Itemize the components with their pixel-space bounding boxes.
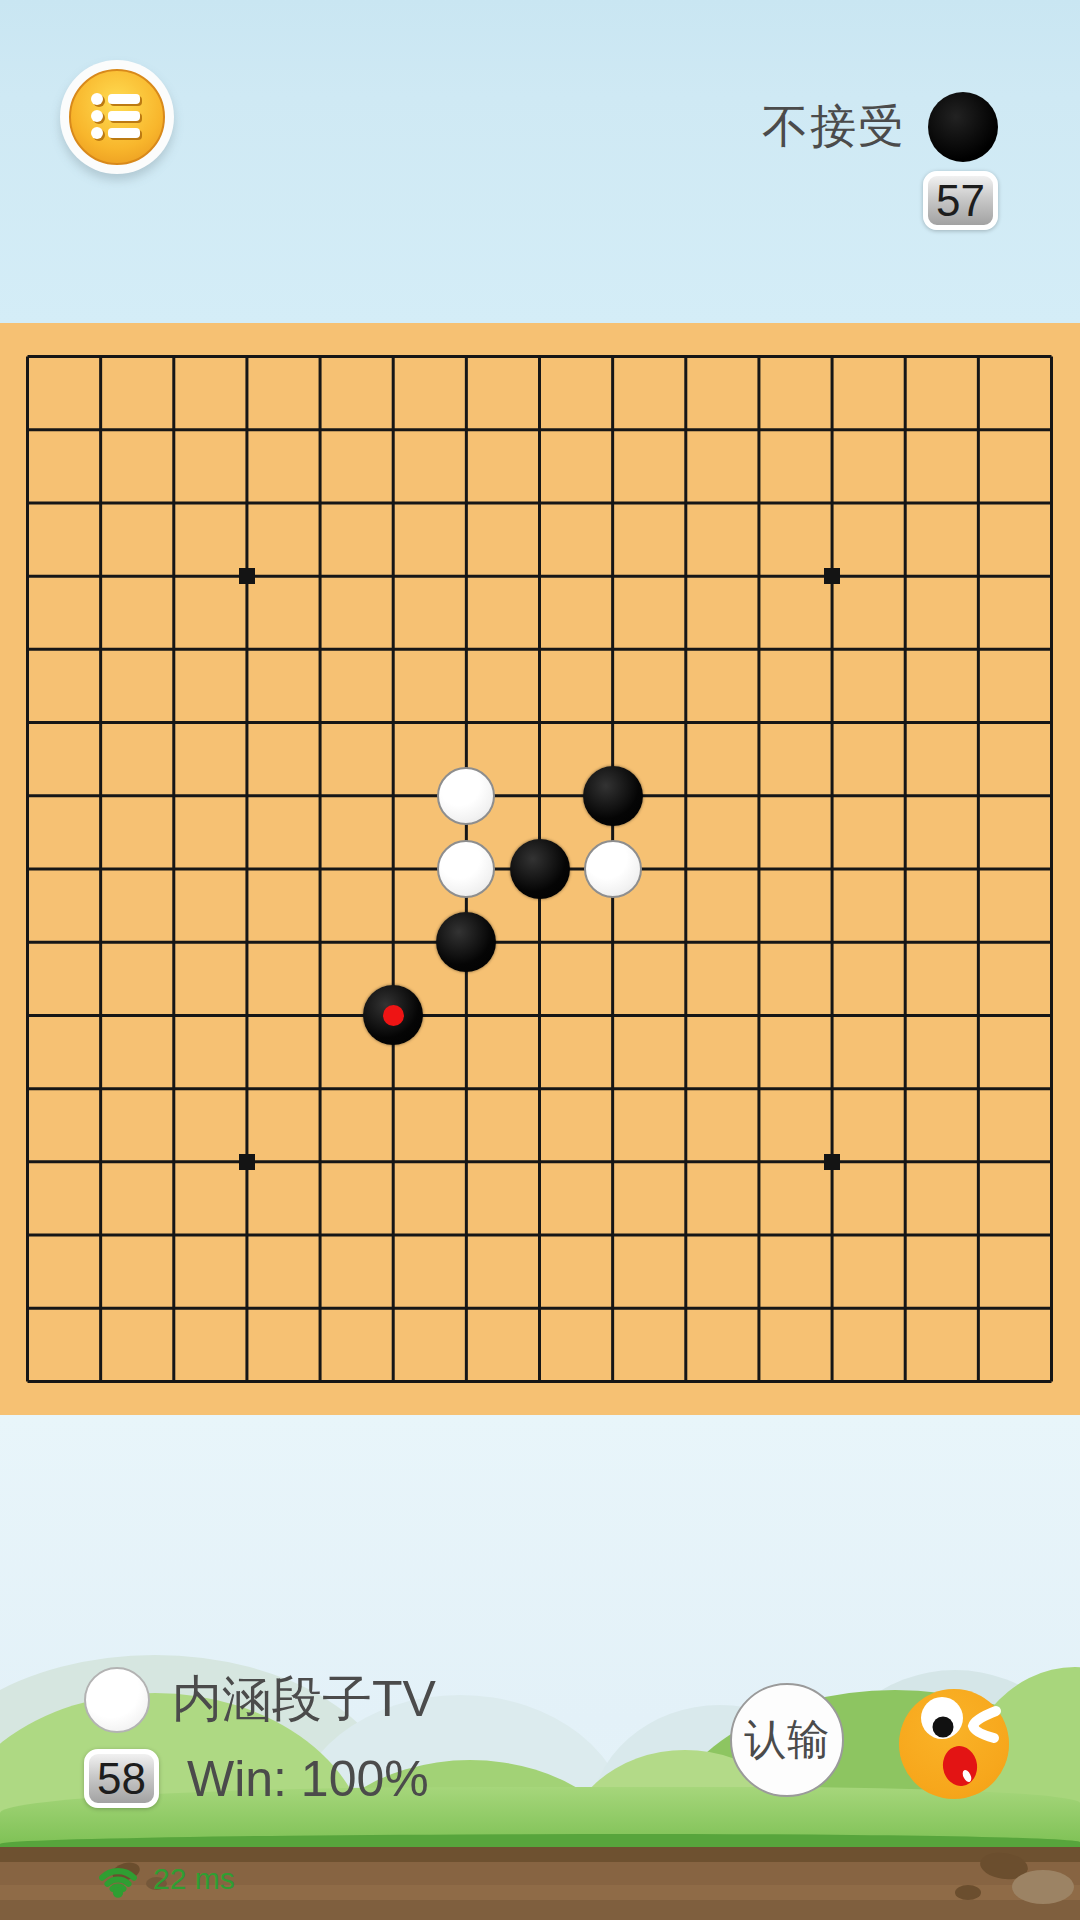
list-menu-icon <box>90 92 144 142</box>
last-move-marker <box>383 1005 404 1026</box>
pebble <box>1012 1870 1074 1904</box>
white-stone-icon <box>84 1667 150 1733</box>
stone-white <box>437 767 495 825</box>
player-name: 内涵段子TV <box>172 1666 436 1733</box>
opponent-message: 不接受 <box>762 96 906 158</box>
resign-button[interactable]: 认输 <box>730 1683 844 1797</box>
player-timer: 58 <box>84 1749 159 1808</box>
wifi-icon <box>90 1849 146 1899</box>
wink-tongue-emoji <box>899 1689 1009 1799</box>
stone-white <box>584 840 642 898</box>
emote-button[interactable] <box>899 1689 1009 1799</box>
menu-button-face <box>69 69 165 165</box>
star-point <box>239 568 255 584</box>
game-screen: 不接受 57 内涵段子TV 58 Wi <box>0 0 1080 1920</box>
menu-button[interactable] <box>60 60 174 174</box>
stone-white <box>437 840 495 898</box>
pebble <box>955 1885 981 1900</box>
stone-black <box>363 985 423 1045</box>
opponent-timer: 57 <box>923 171 998 230</box>
star-point <box>824 568 840 584</box>
stone-black <box>583 766 643 826</box>
stone-black <box>510 839 570 899</box>
network-status: 22 ms <box>90 1849 235 1899</box>
board-grid[interactable] <box>0 320 1080 1418</box>
star-point <box>824 1154 840 1170</box>
stone-black <box>436 912 496 972</box>
player-info: 内涵段子TV 58 Win: 100% <box>84 1666 436 1808</box>
gomoku-board <box>0 323 1080 1415</box>
opponent-info: 不接受 57 <box>762 92 998 230</box>
star-point <box>239 1154 255 1170</box>
latency-text: 22 ms <box>153 1862 235 1899</box>
black-stone-icon <box>928 92 998 162</box>
win-rate: Win: 100% <box>187 1750 429 1808</box>
